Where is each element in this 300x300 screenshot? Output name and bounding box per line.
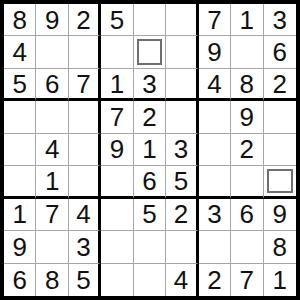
cell-r6c5[interactable]: 6: [134, 166, 166, 198]
cell-r1c8[interactable]: 1: [231, 4, 263, 36]
cell-r9c9[interactable]: 1: [264, 264, 296, 296]
cell-r2c1[interactable]: 4: [4, 36, 36, 68]
cell-r7c6[interactable]: 2: [166, 199, 198, 231]
cell-r4c2[interactable]: [36, 101, 68, 133]
cell-r6c9[interactable]: [264, 166, 296, 198]
cell-r5c9[interactable]: [264, 134, 296, 166]
cell-r7c8[interactable]: 6: [231, 199, 263, 231]
cell-r3c4[interactable]: 1: [101, 69, 133, 101]
cell-r7c1[interactable]: 1: [4, 199, 36, 231]
cell-r7c5[interactable]: 5: [134, 199, 166, 231]
cell-r2c2[interactable]: [36, 36, 68, 68]
cell-r5c5[interactable]: 1: [134, 134, 166, 166]
cell-r1c2[interactable]: 9: [36, 4, 68, 36]
cell-r1c1[interactable]: 8: [4, 4, 36, 36]
cell-r3c3[interactable]: 7: [69, 69, 101, 101]
cell-r7c2[interactable]: 7: [36, 199, 68, 231]
cell-r6c7[interactable]: [199, 166, 231, 198]
cell-r2c5[interactable]: [134, 36, 166, 68]
cell-r5c3[interactable]: [69, 134, 101, 166]
cell-r6c8[interactable]: [231, 166, 263, 198]
cell-r4c4[interactable]: 7: [101, 101, 133, 133]
cell-r3c2[interactable]: 6: [36, 69, 68, 101]
cell-r5c7[interactable]: [199, 134, 231, 166]
cell-r4c9[interactable]: [264, 101, 296, 133]
cell-r4c6[interactable]: [166, 101, 198, 133]
cell-r8c3[interactable]: 3: [69, 231, 101, 263]
cell-r1c6[interactable]: [166, 4, 198, 36]
cell-r8c2[interactable]: [36, 231, 68, 263]
cell-r5c8[interactable]: 2: [231, 134, 263, 166]
cell-r7c9[interactable]: 9: [264, 199, 296, 231]
cell-r2c6[interactable]: [166, 36, 198, 68]
cell-r7c3[interactable]: 4: [69, 199, 101, 231]
cell-r7c4[interactable]: [101, 199, 133, 231]
cell-r1c7[interactable]: 7: [199, 4, 231, 36]
cell-r6c3[interactable]: [69, 166, 101, 198]
cell-r5c2[interactable]: 4: [36, 134, 68, 166]
cell-r8c7[interactable]: [199, 231, 231, 263]
cell-r8c6[interactable]: [166, 231, 198, 263]
cell-r8c9[interactable]: 8: [264, 231, 296, 263]
cell-r1c9[interactable]: 3: [264, 4, 296, 36]
cell-r9c7[interactable]: 2: [199, 264, 231, 296]
cell-r8c5[interactable]: [134, 231, 166, 263]
cell-r9c5[interactable]: [134, 264, 166, 296]
cell-r4c7[interactable]: [199, 101, 231, 133]
cell-r1c3[interactable]: 2: [69, 4, 101, 36]
cell-r6c1[interactable]: [4, 166, 36, 198]
cell-r3c5[interactable]: 3: [134, 69, 166, 101]
cell-r2c7[interactable]: 9: [199, 36, 231, 68]
cell-r9c1[interactable]: 6: [4, 264, 36, 296]
cell-r9c4[interactable]: [101, 264, 133, 296]
cell-r9c8[interactable]: 7: [231, 264, 263, 296]
cell-r8c4[interactable]: [101, 231, 133, 263]
cell-r2c4[interactable]: [101, 36, 133, 68]
cell-r3c8[interactable]: 8: [231, 69, 263, 101]
cell-r5c4[interactable]: 9: [101, 134, 133, 166]
cell-r4c8[interactable]: 9: [231, 101, 263, 133]
cell-r8c1[interactable]: 9: [4, 231, 36, 263]
cell-r8c8[interactable]: [231, 231, 263, 263]
cell-r5c1[interactable]: [4, 134, 36, 166]
sudoku-board: 8925713496567134827294913216517452369938…: [0, 0, 300, 300]
cell-r2c3[interactable]: [69, 36, 101, 68]
cell-r3c6[interactable]: [166, 69, 198, 101]
cell-r9c3[interactable]: 5: [69, 264, 101, 296]
cell-r9c2[interactable]: 8: [36, 264, 68, 296]
cell-r3c1[interactable]: 5: [4, 69, 36, 101]
cell-r4c5[interactable]: 2: [134, 101, 166, 133]
cell-r1c5[interactable]: [134, 4, 166, 36]
cell-r4c1[interactable]: [4, 101, 36, 133]
cell-r6c2[interactable]: 1: [36, 166, 68, 198]
cell-r4c3[interactable]: [69, 101, 101, 133]
cell-r6c6[interactable]: 5: [166, 166, 198, 198]
cell-r3c7[interactable]: 4: [199, 69, 231, 101]
cell-r3c9[interactable]: 2: [264, 69, 296, 101]
cell-r2c9[interactable]: 6: [264, 36, 296, 68]
cell-r7c7[interactable]: 3: [199, 199, 231, 231]
cell-r9c6[interactable]: 4: [166, 264, 198, 296]
cell-r2c8[interactable]: [231, 36, 263, 68]
cell-r1c4[interactable]: 5: [101, 4, 133, 36]
cell-r5c6[interactable]: 3: [166, 134, 198, 166]
cell-r6c4[interactable]: [101, 166, 133, 198]
